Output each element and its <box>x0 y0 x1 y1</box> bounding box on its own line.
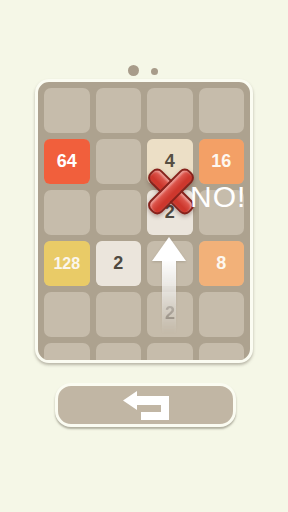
no-label: NO! <box>190 182 246 212</box>
tutorial-screen: 64416212828 NO! 2 <box>0 0 288 512</box>
board-cell: 8 <box>199 241 245 286</box>
board-cell <box>199 343 245 363</box>
board-cell <box>199 292 245 337</box>
board-cell <box>44 88 90 133</box>
tile-64: 64 <box>44 139 90 184</box>
page-dot-active <box>128 65 139 76</box>
board-cell <box>199 88 245 133</box>
tile-16: 16 <box>199 139 245 184</box>
board-cell <box>96 292 142 337</box>
board-cell: 2 <box>96 241 142 286</box>
board-cell <box>96 88 142 133</box>
board-cell <box>147 343 193 363</box>
board-cell: 64 <box>44 139 90 184</box>
board-cell <box>44 343 90 363</box>
board-cell <box>96 343 142 363</box>
board-cell <box>147 88 193 133</box>
board-cell: 16 <box>199 139 245 184</box>
tile-128: 128 <box>44 241 90 286</box>
board-cell: 128 <box>44 241 90 286</box>
game-board[interactable]: 64416212828 <box>35 79 253 363</box>
board-cell <box>96 190 142 235</box>
return-arrow-icon <box>123 391 169 420</box>
board-cell <box>96 139 142 184</box>
board-grid: 64416212828 <box>44 88 244 363</box>
board-cell <box>44 190 90 235</box>
board-cell <box>44 292 90 337</box>
back-button[interactable] <box>55 383 236 427</box>
tile-2: 2 <box>96 241 142 286</box>
page-dot <box>151 68 158 75</box>
tile-8: 8 <box>199 241 245 286</box>
